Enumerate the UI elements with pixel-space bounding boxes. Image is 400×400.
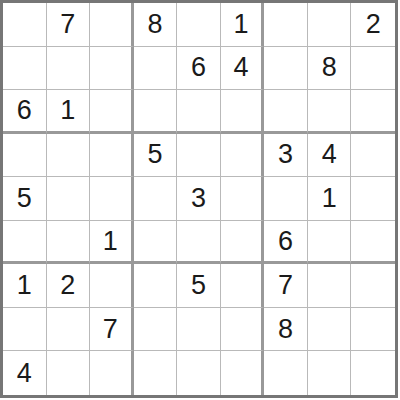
cell-r7c8[interactable] (308, 264, 352, 308)
sudoku-page: 7 8 1 2 6 4 8 6 1 5 3 4 5 (0, 0, 400, 400)
cell-r4c2[interactable] (47, 134, 91, 178)
cell-r3c7[interactable] (264, 90, 308, 134)
cell-r1c7[interactable] (264, 3, 308, 47)
cell-r2c5[interactable]: 6 (177, 47, 221, 91)
cell-r3c9[interactable] (351, 90, 395, 134)
sudoku-board: 7 8 1 2 6 4 8 6 1 5 3 4 5 (0, 0, 398, 398)
cell-r4c3[interactable] (90, 134, 134, 178)
cell-r7c6[interactable] (221, 264, 265, 308)
cell-r5c9[interactable] (351, 177, 395, 221)
cell-r7c9[interactable] (351, 264, 395, 308)
cell-r4c1[interactable] (3, 134, 47, 178)
cell-r2c2[interactable] (47, 47, 91, 91)
cell-r6c7[interactable]: 6 (264, 221, 308, 265)
cell-r9c8[interactable] (308, 351, 352, 395)
cell-r1c8[interactable] (308, 3, 352, 47)
cell-r6c6[interactable] (221, 221, 265, 265)
cell-r4c4[interactable]: 5 (134, 134, 178, 178)
cell-r3c8[interactable] (308, 90, 352, 134)
cell-r6c5[interactable] (177, 221, 221, 265)
cell-r6c9[interactable] (351, 221, 395, 265)
cell-r4c9[interactable] (351, 134, 395, 178)
cell-r9c2[interactable] (47, 351, 91, 395)
cell-r6c1[interactable] (3, 221, 47, 265)
cell-r2c7[interactable] (264, 47, 308, 91)
cell-r4c8[interactable]: 4 (308, 134, 352, 178)
cell-r3c1[interactable]: 6 (3, 90, 47, 134)
cell-r7c4[interactable] (134, 264, 178, 308)
cell-r3c4[interactable] (134, 90, 178, 134)
cell-r7c7[interactable]: 7 (264, 264, 308, 308)
cell-r2c6[interactable]: 4 (221, 47, 265, 91)
cell-r7c1[interactable]: 1 (3, 264, 47, 308)
cell-r1c6[interactable]: 1 (221, 3, 265, 47)
cell-r6c2[interactable] (47, 221, 91, 265)
cell-r2c4[interactable] (134, 47, 178, 91)
cell-r8c7[interactable]: 8 (264, 308, 308, 352)
cell-r9c6[interactable] (221, 351, 265, 395)
cell-r5c2[interactable] (47, 177, 91, 221)
cell-r3c6[interactable] (221, 90, 265, 134)
cell-r9c1[interactable]: 4 (3, 351, 47, 395)
cell-r8c4[interactable] (134, 308, 178, 352)
cell-r8c3[interactable]: 7 (90, 308, 134, 352)
cell-r7c3[interactable] (90, 264, 134, 308)
cell-r9c9[interactable] (351, 351, 395, 395)
cell-r5c4[interactable] (134, 177, 178, 221)
cell-r8c2[interactable] (47, 308, 91, 352)
cell-r5c5[interactable]: 3 (177, 177, 221, 221)
cell-r1c4[interactable]: 8 (134, 3, 178, 47)
cell-r1c3[interactable] (90, 3, 134, 47)
cell-r1c9[interactable]: 2 (351, 3, 395, 47)
cell-r4c5[interactable] (177, 134, 221, 178)
cell-r5c1[interactable]: 5 (3, 177, 47, 221)
cell-r9c7[interactable] (264, 351, 308, 395)
cell-r9c3[interactable] (90, 351, 134, 395)
cell-r8c5[interactable] (177, 308, 221, 352)
cell-r2c1[interactable] (3, 47, 47, 91)
cell-r5c8[interactable]: 1 (308, 177, 352, 221)
cell-r2c8[interactable]: 8 (308, 47, 352, 91)
cell-r4c6[interactable] (221, 134, 265, 178)
cell-r1c1[interactable] (3, 3, 47, 47)
cell-r8c1[interactable] (3, 308, 47, 352)
cell-r9c4[interactable] (134, 351, 178, 395)
cell-r2c3[interactable] (90, 47, 134, 91)
cell-r3c3[interactable] (90, 90, 134, 134)
cell-r6c3[interactable]: 1 (90, 221, 134, 265)
cell-r6c4[interactable] (134, 221, 178, 265)
cell-r5c3[interactable] (90, 177, 134, 221)
cell-r1c5[interactable] (177, 3, 221, 47)
cell-r2c9[interactable] (351, 47, 395, 91)
cell-r5c6[interactable] (221, 177, 265, 221)
cell-r3c5[interactable] (177, 90, 221, 134)
cell-r7c5[interactable]: 5 (177, 264, 221, 308)
cell-r1c2[interactable]: 7 (47, 3, 91, 47)
cell-r8c8[interactable] (308, 308, 352, 352)
cell-r7c2[interactable]: 2 (47, 264, 91, 308)
cell-r3c2[interactable]: 1 (47, 90, 91, 134)
cell-r6c8[interactable] (308, 221, 352, 265)
cell-r5c7[interactable] (264, 177, 308, 221)
cell-r4c7[interactable]: 3 (264, 134, 308, 178)
cell-r8c9[interactable] (351, 308, 395, 352)
cell-r9c5[interactable] (177, 351, 221, 395)
cell-r8c6[interactable] (221, 308, 265, 352)
